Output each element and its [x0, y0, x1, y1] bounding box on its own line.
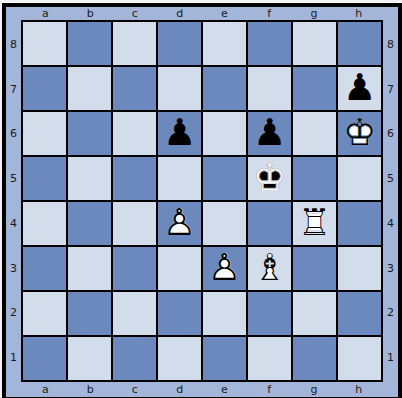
square-e8[interactable]: [203, 22, 246, 65]
square-f1[interactable]: [248, 337, 291, 380]
file-label-bottom-d: d: [157, 382, 202, 397]
square-g8[interactable]: [293, 22, 336, 65]
file-label-bottom-f: f: [247, 382, 292, 397]
black-pawn: ♟: [248, 112, 291, 155]
square-h6[interactable]: ♚♔: [338, 112, 381, 155]
square-d3[interactable]: [158, 247, 201, 290]
rank-label-right-3: 3: [383, 246, 398, 291]
square-f4[interactable]: [248, 202, 291, 245]
square-e6[interactable]: [203, 112, 246, 155]
square-h4[interactable]: [338, 202, 381, 245]
rank-label-left-3: 3: [6, 246, 21, 291]
board: ♟♟♟♚♔♚♔♟♙♜♖♟♙♝♗: [21, 20, 383, 382]
file-labels-bottom: abcdefgh: [21, 382, 383, 397]
square-d4[interactable]: ♟♙: [158, 202, 201, 245]
file-label-bottom-g: g: [292, 382, 337, 397]
rank-label-left-2: 2: [6, 291, 21, 336]
square-b2[interactable]: [68, 292, 111, 335]
rank-label-right-4: 4: [383, 201, 398, 246]
black-pawn: ♟: [338, 67, 381, 110]
square-e1[interactable]: [203, 337, 246, 380]
square-g7[interactable]: [293, 67, 336, 110]
square-a5[interactable]: [23, 157, 66, 200]
rank-label-right-1: 1: [383, 335, 398, 380]
square-b5[interactable]: [68, 157, 111, 200]
file-label-top-c: c: [113, 7, 158, 20]
square-e4[interactable]: [203, 202, 246, 245]
white-pawn: ♟♙: [203, 247, 246, 290]
file-label-top-h: h: [336, 7, 381, 20]
square-c8[interactable]: [113, 22, 156, 65]
file-label-top-f: f: [247, 7, 292, 20]
white-pawn: ♟♙: [158, 202, 201, 245]
file-label-bottom-h: h: [336, 382, 381, 397]
square-b7[interactable]: [68, 67, 111, 110]
square-d5[interactable]: [158, 157, 201, 200]
square-h1[interactable]: [338, 337, 381, 380]
square-c1[interactable]: [113, 337, 156, 380]
square-f5[interactable]: ♚♔: [248, 157, 291, 200]
rank-label-right-2: 2: [383, 291, 398, 336]
square-h3[interactable]: [338, 247, 381, 290]
square-b6[interactable]: [68, 112, 111, 155]
square-a6[interactable]: [23, 112, 66, 155]
square-b3[interactable]: [68, 247, 111, 290]
file-label-top-g: g: [292, 7, 337, 20]
file-label-top-a: a: [23, 7, 68, 20]
board-outer-border: abcdefgh 87654321 ♟♟♟♚♔♚♔♟♙♜♖♟♙♝♗ 876543…: [2, 3, 402, 398]
rank-label-left-1: 1: [6, 335, 21, 380]
square-d1[interactable]: [158, 337, 201, 380]
square-b4[interactable]: [68, 202, 111, 245]
square-e5[interactable]: [203, 157, 246, 200]
file-label-bottom-c: c: [113, 382, 158, 397]
square-c6[interactable]: [113, 112, 156, 155]
square-e2[interactable]: [203, 292, 246, 335]
square-g1[interactable]: [293, 337, 336, 380]
rank-label-left-5: 5: [6, 156, 21, 201]
file-label-top-e: e: [202, 7, 247, 20]
square-b1[interactable]: [68, 337, 111, 380]
square-a7[interactable]: [23, 67, 66, 110]
rank-label-left-6: 6: [6, 112, 21, 157]
file-label-bottom-a: a: [23, 382, 68, 397]
square-d2[interactable]: [158, 292, 201, 335]
square-e3[interactable]: ♟♙: [203, 247, 246, 290]
rank-label-right-5: 5: [383, 156, 398, 201]
black-pawn: ♟: [158, 112, 201, 155]
square-d7[interactable]: [158, 67, 201, 110]
square-e7[interactable]: [203, 67, 246, 110]
square-f8[interactable]: [248, 22, 291, 65]
square-a2[interactable]: [23, 292, 66, 335]
square-g4[interactable]: ♜♖: [293, 202, 336, 245]
file-label-bottom-b: b: [68, 382, 113, 397]
black-king: ♚♔: [248, 157, 291, 200]
board-frame: abcdefgh 87654321 ♟♟♟♚♔♚♔♟♙♜♖♟♙♝♗ 876543…: [6, 7, 398, 397]
white-bishop: ♝♗: [248, 247, 291, 290]
file-labels-top: abcdefgh: [21, 7, 383, 20]
square-a4[interactable]: [23, 202, 66, 245]
square-b8[interactable]: [68, 22, 111, 65]
rank-label-right-7: 7: [383, 67, 398, 112]
square-h7[interactable]: ♟: [338, 67, 381, 110]
square-g6[interactable]: [293, 112, 336, 155]
square-c7[interactable]: [113, 67, 156, 110]
rank-label-left-7: 7: [6, 67, 21, 112]
square-c3[interactable]: [113, 247, 156, 290]
square-c4[interactable]: [113, 202, 156, 245]
rank-label-right-8: 8: [383, 22, 398, 67]
square-h8[interactable]: [338, 22, 381, 65]
chess-diagram: abcdefgh 87654321 ♟♟♟♚♔♚♔♟♙♜♖♟♙♝♗ 876543…: [0, 0, 402, 398]
square-f2[interactable]: [248, 292, 291, 335]
square-h5[interactable]: [338, 157, 381, 200]
rank-label-right-6: 6: [383, 112, 398, 157]
square-h2[interactable]: [338, 292, 381, 335]
square-g5[interactable]: [293, 157, 336, 200]
square-f3[interactable]: ♝♗: [248, 247, 291, 290]
white-king: ♚♔: [338, 112, 381, 155]
square-a1[interactable]: [23, 337, 66, 380]
file-label-top-d: d: [157, 7, 202, 20]
square-d8[interactable]: [158, 22, 201, 65]
square-d6[interactable]: ♟: [158, 112, 201, 155]
square-g2[interactable]: [293, 292, 336, 335]
file-label-top-b: b: [68, 7, 113, 20]
rank-label-left-8: 8: [6, 22, 21, 67]
square-f6[interactable]: ♟: [248, 112, 291, 155]
file-label-bottom-e: e: [202, 382, 247, 397]
rank-label-left-4: 4: [6, 201, 21, 246]
rank-labels-right: 87654321: [383, 20, 398, 382]
square-a8[interactable]: [23, 22, 66, 65]
white-rook: ♜♖: [293, 202, 336, 245]
square-g3[interactable]: [293, 247, 336, 290]
square-c2[interactable]: [113, 292, 156, 335]
square-c5[interactable]: [113, 157, 156, 200]
square-f7[interactable]: [248, 67, 291, 110]
rank-labels-left: 87654321: [6, 20, 21, 382]
square-a3[interactable]: [23, 247, 66, 290]
